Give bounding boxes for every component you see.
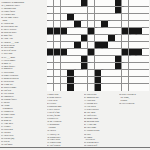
cell-number: 57	[47, 62, 49, 64]
grid-cell	[54, 63, 60, 70]
cell-number: 64	[115, 69, 117, 71]
grid-cell	[129, 14, 135, 21]
grid-cell	[122, 84, 128, 91]
cell-number: 62	[81, 69, 83, 71]
grid-cell: 49	[142, 49, 148, 56]
grid-cell	[61, 42, 67, 49]
cell-number: 58	[88, 62, 90, 64]
cell-number: 39	[115, 34, 117, 36]
grid-cell-black	[95, 84, 101, 91]
cell-number: 52	[61, 55, 63, 57]
grid-cell	[88, 7, 94, 14]
grid-cell-black	[67, 84, 73, 91]
grid-cell-black	[81, 56, 87, 63]
cell-number: 60	[47, 69, 49, 71]
cell-number: 41	[129, 34, 131, 36]
grid-cell	[108, 28, 114, 35]
clues-bottom-column-3: 62 While waiting in the wings, perhaps 6…	[119, 93, 150, 105]
grid-cell	[81, 77, 87, 84]
grid-cell	[129, 77, 135, 84]
clues-bottom-column-2: 25 Frozen rain 27 Mountain lake 31 Luau …	[84, 93, 118, 147]
grid-cell	[122, 14, 128, 21]
grid-cell-black	[115, 56, 121, 63]
grid-cell: 29	[108, 21, 114, 28]
grid-cell: 47	[95, 49, 101, 56]
grid-cell	[135, 77, 141, 84]
cell-number: 56	[135, 55, 137, 57]
grid-cell: 69	[74, 84, 80, 91]
grid-cell	[122, 77, 128, 84]
crossword-grid: 1718192021222324252627282930313233343536…	[47, 0, 150, 91]
cell-number: 35	[47, 34, 49, 36]
grid-cell	[88, 77, 94, 84]
grid-cell	[142, 56, 148, 63]
grid-cell	[122, 42, 128, 49]
grid-cell: 37	[61, 35, 67, 42]
grid-cell	[115, 49, 121, 56]
grid-cell: 58	[88, 63, 94, 70]
grid-cell	[129, 84, 135, 91]
grid-cell: 62	[81, 70, 87, 77]
cell-number: 32	[95, 27, 97, 29]
grid-cell: 25	[115, 14, 121, 21]
cell-number: 70	[101, 83, 103, 85]
cell-number: 51	[54, 55, 56, 57]
cell-number: 48	[101, 48, 103, 50]
grid-cell	[61, 21, 67, 28]
grid-cell	[135, 70, 141, 77]
clues-bottom-column-1: 1 Rocky crag 2 Lotion additive 3 Hide aw…	[47, 93, 82, 147]
grid-cell	[142, 35, 148, 42]
grid-cell: 64	[115, 70, 121, 77]
grid-cell: 46	[67, 49, 73, 56]
grid-cell	[108, 63, 114, 70]
cell-number: 66	[74, 76, 76, 78]
grid-cell	[74, 0, 80, 6]
grid-cell	[54, 77, 60, 84]
grid-cell: 56	[135, 56, 141, 63]
grid-cell: 59	[122, 63, 128, 70]
grid-cell: 45	[108, 42, 114, 49]
cell-number: 40	[122, 34, 124, 36]
grid-cell	[61, 63, 67, 70]
cell-number: 53	[88, 55, 90, 57]
grid-cell	[67, 63, 73, 70]
grid-cell	[122, 70, 128, 77]
grid-cell	[108, 0, 114, 6]
grid-cell-black	[115, 0, 121, 6]
grid-cell	[54, 14, 60, 21]
cell-number: 43	[47, 41, 49, 43]
cell-number: 50	[47, 55, 49, 57]
grid-cell	[88, 14, 94, 21]
grid-cell	[108, 7, 114, 14]
cell-number: 22	[122, 6, 124, 8]
grid-cell	[142, 0, 148, 6]
cell-number: 65	[47, 76, 49, 78]
grid-cell	[101, 56, 107, 63]
cell-number: 61	[74, 69, 76, 71]
grid-cell	[95, 63, 101, 70]
grid-cell: 55	[129, 56, 135, 63]
grid-cell	[74, 35, 80, 42]
grid-cell: 30	[67, 28, 73, 35]
grid-cell	[95, 7, 101, 14]
grid-cell	[54, 70, 60, 77]
grid-cell	[101, 7, 107, 14]
grid-cell	[129, 63, 135, 70]
grid-cell	[54, 7, 60, 14]
grid-cell	[101, 0, 107, 6]
grid-cell: 41	[129, 35, 135, 42]
grid-cell: 34	[142, 28, 148, 35]
grid-cell	[142, 14, 148, 21]
grid-cell	[122, 21, 128, 28]
footer-rule	[0, 147, 150, 148]
grid-cell	[61, 14, 67, 21]
cell-number: 36	[54, 34, 56, 36]
grid-cell	[81, 49, 87, 56]
grid-cell: 36	[54, 35, 60, 42]
cell-number: 23	[47, 13, 49, 15]
grid-cell: 70	[101, 84, 107, 91]
grid-cell	[61, 70, 67, 77]
grid-cell	[101, 35, 107, 42]
grid-cell	[67, 0, 73, 6]
grid-cell	[67, 35, 73, 42]
clues-left-column: responsibly in companions to 7, across h…	[1, 1, 46, 146]
grid-cell	[67, 7, 73, 14]
grid-cell	[129, 7, 135, 14]
grid-cell: 51	[54, 56, 60, 63]
grid-cell: 31	[74, 28, 80, 35]
cell-number: 20	[47, 6, 49, 8]
grid-cell	[88, 21, 94, 28]
grid-cell-black	[95, 70, 101, 77]
grid-cell	[129, 42, 135, 49]
cell-number: 68	[47, 83, 49, 85]
grid-cell: 38	[88, 35, 94, 42]
grid-cell: 52	[61, 56, 67, 63]
cell-number: 54	[122, 55, 124, 57]
cell-number: 31	[74, 27, 76, 29]
cell-number: 38	[88, 34, 90, 36]
grid-cell-black	[95, 77, 101, 84]
grid-cell: 43	[47, 42, 53, 49]
grid-cell	[108, 49, 114, 56]
grid-cell	[67, 56, 73, 63]
grid-cell: 68	[47, 84, 53, 91]
grid-cell	[108, 70, 114, 77]
grid-cell	[129, 70, 135, 77]
cell-number: 42	[135, 34, 137, 36]
grid-cell	[81, 28, 87, 35]
grid-cell	[88, 84, 94, 91]
grid-cell	[135, 84, 141, 91]
grid-cell	[135, 14, 141, 21]
grid-cell: 18	[88, 0, 94, 6]
grid-cell-black	[74, 42, 80, 49]
cell-number: 30	[67, 27, 69, 29]
grid-cell-black	[67, 77, 73, 84]
grid-cell	[61, 0, 67, 6]
grid-cell	[61, 77, 67, 84]
cell-number: 29	[108, 20, 110, 22]
grid-cell	[108, 77, 114, 84]
grid-cell	[95, 56, 101, 63]
grid-cell	[135, 0, 141, 6]
cell-number: 55	[129, 55, 131, 57]
grid-cell	[115, 77, 121, 84]
grid-cell: 26	[47, 21, 53, 28]
grid-cell: 32	[95, 28, 101, 35]
grid-cell	[115, 84, 121, 91]
grid-cell: 48	[101, 49, 107, 56]
cell-number: 49	[142, 48, 144, 50]
cell-number: 34	[142, 27, 144, 29]
cell-number: 25	[115, 13, 117, 15]
cell-number: 33	[101, 27, 103, 29]
grid-cell	[95, 14, 101, 21]
grid-cell	[81, 84, 87, 91]
grid-cell	[135, 21, 141, 28]
grid-cell: 21	[81, 7, 87, 14]
grid-cell	[108, 56, 114, 63]
grid-cell	[135, 42, 141, 49]
grid-cell	[74, 56, 80, 63]
grid-cell	[142, 7, 148, 14]
grid-cell: 44	[81, 42, 87, 49]
grid-cell: 40	[122, 35, 128, 42]
cell-number: 37	[61, 34, 63, 36]
cell-number: 24	[74, 13, 76, 15]
grid-cell: 22	[122, 7, 128, 14]
grid-cell-black	[67, 70, 73, 77]
cell-number: 46	[67, 48, 69, 50]
cell-number: 21	[81, 6, 83, 8]
grid-cell	[142, 77, 148, 84]
grid-cell	[95, 0, 101, 6]
grid-cell	[142, 63, 148, 70]
cell-number: 28	[81, 20, 83, 22]
grid-cell	[74, 49, 80, 56]
cell-number: 27	[67, 20, 69, 22]
cell-number: 63	[101, 69, 103, 71]
cell-number: 67	[101, 76, 103, 78]
grid-cell	[115, 42, 121, 49]
grid-cell: 24	[74, 14, 80, 21]
cell-number: 44	[81, 41, 83, 43]
grid-cell: 42	[135, 35, 141, 42]
crossword-page: 1718192021222324252627282930313233343536…	[0, 0, 150, 150]
grid-cell	[142, 84, 148, 91]
grid-cell	[129, 0, 135, 6]
grid-cell	[95, 35, 101, 42]
cell-number: 59	[122, 62, 124, 64]
grid-cell	[135, 7, 141, 14]
grid-cell: 33	[101, 28, 107, 35]
grid-cell	[88, 70, 94, 77]
grid-cell	[142, 70, 148, 77]
grid-cell	[135, 63, 141, 70]
cell-number: 26	[47, 20, 49, 22]
cell-number: 69	[74, 83, 76, 85]
grid-cell: 39	[115, 35, 121, 42]
grid-cell	[129, 21, 135, 28]
grid-cell	[54, 21, 60, 28]
grid-cell	[54, 84, 60, 91]
grid-cell	[61, 7, 67, 14]
grid-cell	[54, 0, 60, 6]
grid-cell	[101, 14, 107, 21]
grid-cell	[115, 21, 121, 28]
grid-cell: 28	[81, 21, 87, 28]
grid-cell	[61, 84, 67, 91]
grid-cell	[54, 42, 60, 49]
cell-number: 45	[108, 41, 110, 43]
grid-cell	[88, 42, 94, 49]
cell-number: 47	[95, 48, 97, 50]
grid-cell	[108, 84, 114, 91]
